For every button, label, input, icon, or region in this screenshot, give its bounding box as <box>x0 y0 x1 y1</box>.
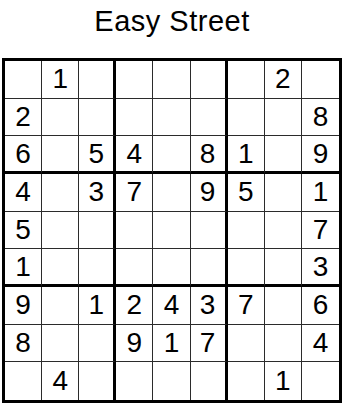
cell-r1c6[interactable] <box>191 61 228 99</box>
cell-r4c1[interactable]: 4 <box>5 174 42 212</box>
cell-r3c2[interactable] <box>42 136 79 174</box>
cell-r2c4[interactable] <box>116 99 153 137</box>
cell-r3c8[interactable] <box>265 136 302 174</box>
cell-r8c1[interactable]: 8 <box>5 325 42 363</box>
cell-r5c1[interactable]: 5 <box>5 212 42 250</box>
cell-r9c9[interactable] <box>302 362 339 400</box>
cell-r9c7[interactable] <box>228 362 265 400</box>
cell-r6c9[interactable]: 3 <box>302 249 339 287</box>
cell-r5c7[interactable] <box>228 212 265 250</box>
cell-r7c5[interactable]: 4 <box>153 287 190 325</box>
cell-r2c5[interactable] <box>153 99 190 137</box>
cell-r5c6[interactable] <box>191 212 228 250</box>
cell-r1c5[interactable] <box>153 61 190 99</box>
cell-r7c4[interactable]: 2 <box>116 287 153 325</box>
cell-r6c6[interactable] <box>191 249 228 287</box>
cell-r1c7[interactable] <box>228 61 265 99</box>
cell-r1c9[interactable] <box>302 61 339 99</box>
cell-r2c3[interactable] <box>79 99 116 137</box>
cell-r5c2[interactable] <box>42 212 79 250</box>
sudoku-board: 1228654819437951571391243768917441 <box>2 58 342 403</box>
cell-r6c8[interactable] <box>265 249 302 287</box>
cell-r4c3[interactable]: 3 <box>79 174 116 212</box>
cell-r9c5[interactable] <box>153 362 190 400</box>
cell-r8c5[interactable]: 1 <box>153 325 190 363</box>
cell-r9c6[interactable] <box>191 362 228 400</box>
cell-r9c4[interactable] <box>116 362 153 400</box>
cell-r7c1[interactable]: 9 <box>5 287 42 325</box>
cell-r2c6[interactable] <box>191 99 228 137</box>
cell-r5c3[interactable] <box>79 212 116 250</box>
cell-r6c7[interactable] <box>228 249 265 287</box>
cell-r1c2[interactable]: 1 <box>42 61 79 99</box>
cell-r8c7[interactable] <box>228 325 265 363</box>
cell-r2c9[interactable]: 8 <box>302 99 339 137</box>
cell-r9c1[interactable] <box>5 362 42 400</box>
cell-r4c2[interactable] <box>42 174 79 212</box>
sudoku-page: Easy Street 1228654819437951571391243768… <box>0 0 344 410</box>
cell-r5c5[interactable] <box>153 212 190 250</box>
cell-r7c9[interactable]: 6 <box>302 287 339 325</box>
cell-r1c8[interactable]: 2 <box>265 61 302 99</box>
cell-r3c1[interactable]: 6 <box>5 136 42 174</box>
cell-r2c2[interactable] <box>42 99 79 137</box>
cell-r6c2[interactable] <box>42 249 79 287</box>
cell-r7c6[interactable]: 3 <box>191 287 228 325</box>
cell-r8c2[interactable] <box>42 325 79 363</box>
cell-r3c7[interactable]: 1 <box>228 136 265 174</box>
cell-r3c6[interactable]: 8 <box>191 136 228 174</box>
cell-r8c9[interactable]: 4 <box>302 325 339 363</box>
cell-r6c5[interactable] <box>153 249 190 287</box>
cell-r8c3[interactable] <box>79 325 116 363</box>
cell-r4c9[interactable]: 1 <box>302 174 339 212</box>
puzzle-title: Easy Street <box>0 5 344 38</box>
cell-r8c6[interactable]: 7 <box>191 325 228 363</box>
cell-r2c7[interactable] <box>228 99 265 137</box>
cell-r9c2[interactable]: 4 <box>42 362 79 400</box>
cell-r5c4[interactable] <box>116 212 153 250</box>
cell-r7c8[interactable] <box>265 287 302 325</box>
cell-r4c7[interactable]: 5 <box>228 174 265 212</box>
cell-r6c4[interactable] <box>116 249 153 287</box>
cell-r8c8[interactable] <box>265 325 302 363</box>
cell-r4c8[interactable] <box>265 174 302 212</box>
cell-r8c4[interactable]: 9 <box>116 325 153 363</box>
cell-r6c3[interactable] <box>79 249 116 287</box>
cell-r4c4[interactable]: 7 <box>116 174 153 212</box>
cell-r3c4[interactable]: 4 <box>116 136 153 174</box>
cell-r4c5[interactable] <box>153 174 190 212</box>
cell-r1c1[interactable] <box>5 61 42 99</box>
cell-r1c3[interactable] <box>79 61 116 99</box>
cell-r2c8[interactable] <box>265 99 302 137</box>
cell-r3c5[interactable] <box>153 136 190 174</box>
cell-r9c8[interactable]: 1 <box>265 362 302 400</box>
cell-r3c9[interactable]: 9 <box>302 136 339 174</box>
cell-r7c2[interactable] <box>42 287 79 325</box>
cell-r4c6[interactable]: 9 <box>191 174 228 212</box>
cell-r2c1[interactable]: 2 <box>5 99 42 137</box>
cell-r7c3[interactable]: 1 <box>79 287 116 325</box>
cell-r9c3[interactable] <box>79 362 116 400</box>
cell-r1c4[interactable] <box>116 61 153 99</box>
cell-r5c9[interactable]: 7 <box>302 212 339 250</box>
cell-r5c8[interactable] <box>265 212 302 250</box>
cell-r7c7[interactable]: 7 <box>228 287 265 325</box>
cell-r3c3[interactable]: 5 <box>79 136 116 174</box>
cell-r6c1[interactable]: 1 <box>5 249 42 287</box>
